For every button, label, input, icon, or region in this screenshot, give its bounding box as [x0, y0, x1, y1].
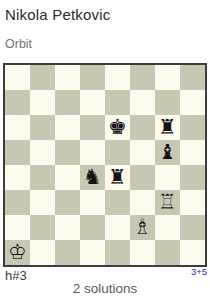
square-f2: ♗	[130, 215, 155, 240]
square-e1	[105, 240, 130, 265]
square-g8	[155, 65, 180, 90]
square-b4	[30, 165, 55, 190]
square-h4	[180, 165, 205, 190]
square-g7	[155, 90, 180, 115]
black-rook: ♜	[155, 115, 180, 140]
black-king: ♚	[105, 115, 130, 140]
square-d6	[80, 115, 105, 140]
square-e4: ♜	[105, 165, 130, 190]
square-g6: ♜	[155, 115, 180, 140]
square-d4: ♞	[80, 165, 105, 190]
square-g4	[155, 165, 180, 190]
black-bishop: ♝	[155, 140, 180, 165]
square-f8	[130, 65, 155, 90]
square-g2	[155, 215, 180, 240]
square-f4	[130, 165, 155, 190]
square-a6	[5, 115, 30, 140]
square-c4	[55, 165, 80, 190]
square-h2	[180, 215, 205, 240]
square-f6	[130, 115, 155, 140]
square-d1	[80, 240, 105, 265]
square-d2	[80, 215, 105, 240]
square-b1	[30, 240, 55, 265]
square-a8	[5, 65, 30, 90]
square-b3	[30, 190, 55, 215]
square-e5	[105, 140, 130, 165]
square-b6	[30, 115, 55, 140]
square-h1	[180, 240, 205, 265]
square-b5	[30, 140, 55, 165]
black-knight: ♞	[80, 165, 105, 190]
square-h7	[180, 90, 205, 115]
square-c1	[55, 240, 80, 265]
chess-problem-page: Nikola Petkovic Orbit ♚♜♝♞♜♖♗♔ h#3 3+5 2…	[0, 0, 210, 300]
square-a4	[5, 165, 30, 190]
square-d7	[80, 90, 105, 115]
square-g1	[155, 240, 180, 265]
square-e7	[105, 90, 130, 115]
square-h5	[180, 140, 205, 165]
author-name: Nikola Petkovic	[5, 6, 111, 23]
square-c2	[55, 215, 80, 240]
white-bishop: ♗	[130, 215, 155, 240]
square-e8	[105, 65, 130, 90]
square-a2	[5, 215, 30, 240]
square-f5	[130, 140, 155, 165]
square-a5	[5, 140, 30, 165]
square-c5	[55, 140, 80, 165]
square-h3	[180, 190, 205, 215]
square-f7	[130, 90, 155, 115]
square-d5	[80, 140, 105, 165]
square-f3	[130, 190, 155, 215]
square-a7	[5, 90, 30, 115]
black-rook: ♜	[105, 165, 130, 190]
square-b7	[30, 90, 55, 115]
square-e3	[105, 190, 130, 215]
caption-row: h#3 3+5	[3, 266, 207, 282]
white-rook: ♖	[155, 190, 180, 215]
square-g3: ♖	[155, 190, 180, 215]
white-king: ♔	[5, 240, 30, 265]
square-a3	[5, 190, 30, 215]
square-a1: ♔	[5, 240, 30, 265]
square-e6: ♚	[105, 115, 130, 140]
square-g5: ♝	[155, 140, 180, 165]
material-count: 3+5	[191, 266, 207, 277]
square-d8	[80, 65, 105, 90]
square-d3	[80, 190, 105, 215]
square-f1	[130, 240, 155, 265]
square-h6	[180, 115, 205, 140]
square-e2	[105, 215, 130, 240]
source-name: Orbit	[5, 37, 32, 51]
solutions-label: 2 solutions	[0, 281, 210, 296]
square-c3	[55, 190, 80, 215]
square-c6	[55, 115, 80, 140]
square-c7	[55, 90, 80, 115]
square-h8	[180, 65, 205, 90]
square-c8	[55, 65, 80, 90]
square-b8	[30, 65, 55, 90]
square-b2	[30, 215, 55, 240]
chess-board: ♚♜♝♞♜♖♗♔	[3, 63, 207, 267]
